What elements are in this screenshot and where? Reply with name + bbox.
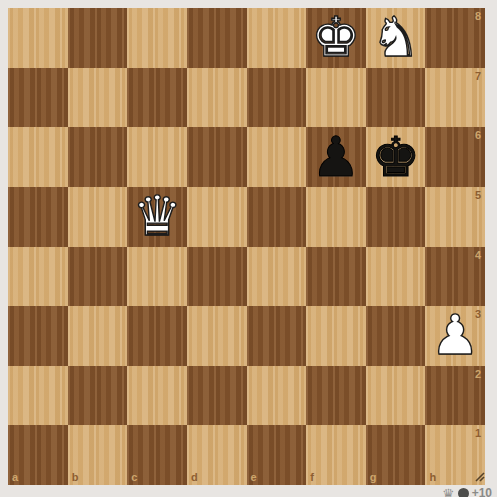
square-d6[interactable]	[187, 127, 247, 187]
rank-label-4: 4	[475, 250, 481, 261]
file-label-f: f	[310, 472, 314, 483]
square-c4[interactable]	[127, 247, 187, 307]
square-c1[interactable]: c	[127, 425, 187, 485]
square-h8[interactable]: 8	[425, 8, 485, 68]
square-a4[interactable]	[8, 247, 68, 307]
file-label-g: g	[370, 472, 377, 483]
square-f7[interactable]	[306, 68, 366, 128]
square-g4[interactable]	[366, 247, 426, 307]
square-g1[interactable]: g	[366, 425, 426, 485]
square-d1[interactable]: d	[187, 425, 247, 485]
square-b5[interactable]	[68, 187, 128, 247]
square-c2[interactable]	[127, 366, 187, 426]
square-f6[interactable]: ♟	[306, 127, 366, 187]
file-label-a: a	[12, 472, 18, 483]
rank-label-6: 6	[475, 130, 481, 141]
square-e5[interactable]	[247, 187, 307, 247]
rank-label-8: 8	[475, 11, 481, 22]
square-b3[interactable]	[68, 306, 128, 366]
black-king[interactable]: ♚	[371, 128, 420, 187]
page: ♚♞87♟♚6♛543♟2abcdefg1h ♛ +10	[0, 0, 497, 497]
square-f3[interactable]	[306, 306, 366, 366]
square-f1[interactable]: f	[306, 425, 366, 485]
square-b4[interactable]	[68, 247, 128, 307]
square-d4[interactable]	[187, 247, 247, 307]
white-king[interactable]: ♚	[311, 8, 360, 67]
square-g3[interactable]	[366, 306, 426, 366]
square-e6[interactable]	[247, 127, 307, 187]
square-h4[interactable]: 4	[425, 247, 485, 307]
board-resize-handle[interactable]	[473, 470, 485, 482]
square-b8[interactable]	[68, 8, 128, 68]
square-e4[interactable]	[247, 247, 307, 307]
rank-label-5: 5	[475, 190, 481, 201]
square-a3[interactable]	[8, 306, 68, 366]
rank-label-2: 2	[475, 369, 481, 380]
square-d3[interactable]	[187, 306, 247, 366]
square-e2[interactable]	[247, 366, 307, 426]
square-b2[interactable]	[68, 366, 128, 426]
square-b7[interactable]	[68, 68, 128, 128]
square-a6[interactable]	[8, 127, 68, 187]
square-f8[interactable]: ♚	[306, 8, 366, 68]
square-h3[interactable]: 3♟	[425, 306, 485, 366]
black-pawn[interactable]: ♟	[311, 128, 360, 187]
square-f2[interactable]	[306, 366, 366, 426]
square-g5[interactable]	[366, 187, 426, 247]
file-label-h: h	[429, 472, 436, 483]
file-label-c: c	[131, 472, 137, 483]
file-label-b: b	[72, 472, 79, 483]
square-a2[interactable]	[8, 366, 68, 426]
material-advantage-indicator: ♛ +10	[442, 487, 492, 497]
square-e7[interactable]	[247, 68, 307, 128]
square-h6[interactable]: 6	[425, 127, 485, 187]
square-e3[interactable]	[247, 306, 307, 366]
file-label-e: e	[251, 472, 257, 483]
square-e8[interactable]	[247, 8, 307, 68]
square-g7[interactable]	[366, 68, 426, 128]
square-c8[interactable]	[127, 8, 187, 68]
square-d8[interactable]	[187, 8, 247, 68]
square-h7[interactable]: 7	[425, 68, 485, 128]
square-h2[interactable]: 2	[425, 366, 485, 426]
square-c5[interactable]: ♛	[127, 187, 187, 247]
square-b6[interactable]	[68, 127, 128, 187]
square-d2[interactable]	[187, 366, 247, 426]
square-d7[interactable]	[187, 68, 247, 128]
square-e1[interactable]: e	[247, 425, 307, 485]
square-g8[interactable]: ♞	[366, 8, 426, 68]
rank-label-7: 7	[475, 71, 481, 82]
pawn-icon	[458, 488, 469, 497]
square-a5[interactable]	[8, 187, 68, 247]
white-pawn[interactable]: ♟	[431, 306, 480, 365]
white-knight[interactable]: ♞	[371, 8, 420, 67]
square-b1[interactable]: b	[68, 425, 128, 485]
chess-board: ♚♞87♟♚6♛543♟2abcdefg1h	[8, 8, 485, 485]
square-a8[interactable]	[8, 8, 68, 68]
square-d5[interactable]	[187, 187, 247, 247]
square-g6[interactable]: ♚	[366, 127, 426, 187]
square-f4[interactable]	[306, 247, 366, 307]
square-c3[interactable]	[127, 306, 187, 366]
queen-icon: ♛	[442, 487, 455, 497]
file-label-d: d	[191, 472, 198, 483]
rank-label-1: 1	[475, 428, 481, 439]
square-h5[interactable]: 5	[425, 187, 485, 247]
square-a7[interactable]	[8, 68, 68, 128]
square-c7[interactable]	[127, 68, 187, 128]
square-c6[interactable]	[127, 127, 187, 187]
square-a1[interactable]: a	[8, 425, 68, 485]
square-g2[interactable]	[366, 366, 426, 426]
material-advantage-label: +10	[472, 487, 492, 497]
square-f5[interactable]	[306, 187, 366, 247]
white-queen[interactable]: ♛	[132, 187, 181, 246]
